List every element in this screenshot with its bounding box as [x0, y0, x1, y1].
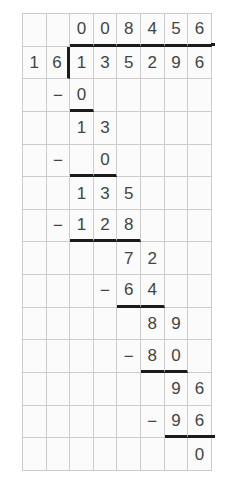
empty-cell — [165, 112, 189, 145]
dividend-digit: 2 — [141, 47, 165, 80]
empty-cell — [117, 373, 141, 406]
work-digit: 2 — [94, 210, 118, 243]
empty-cell — [141, 210, 165, 243]
empty-cell — [165, 145, 189, 178]
empty-cell — [70, 373, 94, 406]
empty-cell — [188, 340, 212, 373]
vinculum-overhang — [211, 43, 215, 46]
work-digit: 3 — [94, 112, 118, 145]
empty-cell — [47, 406, 71, 439]
divisor-digit: 1 — [23, 47, 47, 80]
empty-cell — [94, 308, 118, 341]
empty-cell — [188, 177, 212, 210]
minus-sign: − — [94, 275, 118, 308]
empty-cell — [47, 14, 71, 47]
empty-cell — [94, 242, 118, 275]
empty-cell — [23, 406, 47, 439]
work-digit: 6 — [188, 406, 212, 439]
empty-cell — [23, 438, 47, 471]
empty-cell — [23, 14, 47, 47]
minus-sign: − — [47, 79, 71, 112]
work-digit: 1 — [70, 177, 94, 210]
empty-cell — [165, 242, 189, 275]
empty-cell — [165, 438, 189, 471]
empty-cell — [188, 308, 212, 341]
dividend-digit: 1 — [70, 47, 94, 80]
dividend-digit: 3 — [94, 47, 118, 80]
work-digit: 8 — [117, 210, 141, 243]
minus-sign: − — [141, 406, 165, 439]
work-digit: 6 — [188, 373, 212, 406]
empty-cell — [141, 145, 165, 178]
empty-cell — [165, 275, 189, 308]
empty-cell — [70, 242, 94, 275]
work-digit: 5 — [117, 177, 141, 210]
work-digit: 8 — [141, 308, 165, 341]
empty-cell — [94, 438, 118, 471]
work-digit: 0 — [94, 145, 118, 178]
empty-cell — [188, 79, 212, 112]
empty-cell — [188, 242, 212, 275]
empty-cell — [141, 79, 165, 112]
work-digit: 4 — [141, 275, 165, 308]
work-digit: 9 — [165, 308, 189, 341]
empty-cell — [70, 308, 94, 341]
final-underline-overhang — [211, 435, 215, 438]
work-digit: 3 — [94, 177, 118, 210]
empty-cell — [141, 177, 165, 210]
empty-cell — [70, 275, 94, 308]
work-digit: 0 — [70, 79, 94, 112]
empty-cell — [23, 340, 47, 373]
empty-cell — [47, 438, 71, 471]
empty-cell — [94, 79, 118, 112]
work-digit: 0 — [165, 340, 189, 373]
work-digit: 8 — [141, 340, 165, 373]
empty-cell — [117, 406, 141, 439]
quotient-digit: 6 — [188, 14, 212, 47]
empty-cell — [23, 308, 47, 341]
empty-cell — [117, 438, 141, 471]
dividend-digit: 6 — [188, 47, 212, 80]
empty-cell — [141, 438, 165, 471]
work-digit: 9 — [165, 406, 189, 439]
empty-cell — [141, 373, 165, 406]
empty-cell — [188, 112, 212, 145]
empty-cell — [23, 79, 47, 112]
empty-cell — [141, 112, 165, 145]
empty-cell — [47, 340, 71, 373]
work-digit: 6 — [117, 275, 141, 308]
quotient-digit: 5 — [165, 14, 189, 47]
work-digit: 7 — [117, 242, 141, 275]
empty-cell — [47, 242, 71, 275]
empty-cell — [23, 145, 47, 178]
minus-sign: − — [47, 210, 71, 243]
empty-cell — [70, 145, 94, 178]
divisor-digit: 6 — [47, 47, 71, 80]
empty-cell — [70, 406, 94, 439]
empty-cell — [188, 145, 212, 178]
dividend-digit: 5 — [117, 47, 141, 80]
work-digit: 1 — [70, 210, 94, 243]
empty-cell — [165, 210, 189, 243]
empty-cell — [94, 340, 118, 373]
empty-cell — [117, 145, 141, 178]
minus-sign: − — [117, 340, 141, 373]
empty-cell — [23, 177, 47, 210]
empty-cell — [23, 242, 47, 275]
quotient-digit: 0 — [94, 14, 118, 47]
empty-cell — [23, 112, 47, 145]
division-grid: 00845616135296−013−0135−12872−6489−8096−… — [22, 13, 212, 471]
quotient-digit: 0 — [70, 14, 94, 47]
empty-cell — [47, 112, 71, 145]
empty-cell — [47, 275, 71, 308]
empty-cell — [188, 275, 212, 308]
empty-cell — [70, 438, 94, 471]
empty-cell — [23, 275, 47, 308]
quotient-digit: 4 — [141, 14, 165, 47]
work-digit: 2 — [141, 242, 165, 275]
empty-cell — [94, 373, 118, 406]
work-digit: 0 — [188, 438, 212, 471]
empty-cell — [23, 373, 47, 406]
empty-cell — [117, 308, 141, 341]
empty-cell — [165, 177, 189, 210]
long-division-worksheet: 00845616135296−013−0135−12872−6489−8096−… — [0, 0, 236, 477]
quotient-digit: 8 — [117, 14, 141, 47]
dividend-digit: 9 — [165, 47, 189, 80]
empty-cell — [117, 79, 141, 112]
minus-sign: − — [47, 145, 71, 178]
empty-cell — [70, 340, 94, 373]
empty-cell — [47, 373, 71, 406]
empty-cell — [47, 177, 71, 210]
empty-cell — [23, 210, 47, 243]
empty-cell — [165, 79, 189, 112]
empty-cell — [188, 210, 212, 243]
empty-cell — [94, 406, 118, 439]
work-digit: 1 — [70, 112, 94, 145]
work-digit: 9 — [165, 373, 189, 406]
empty-cell — [47, 308, 71, 341]
empty-cell — [117, 112, 141, 145]
